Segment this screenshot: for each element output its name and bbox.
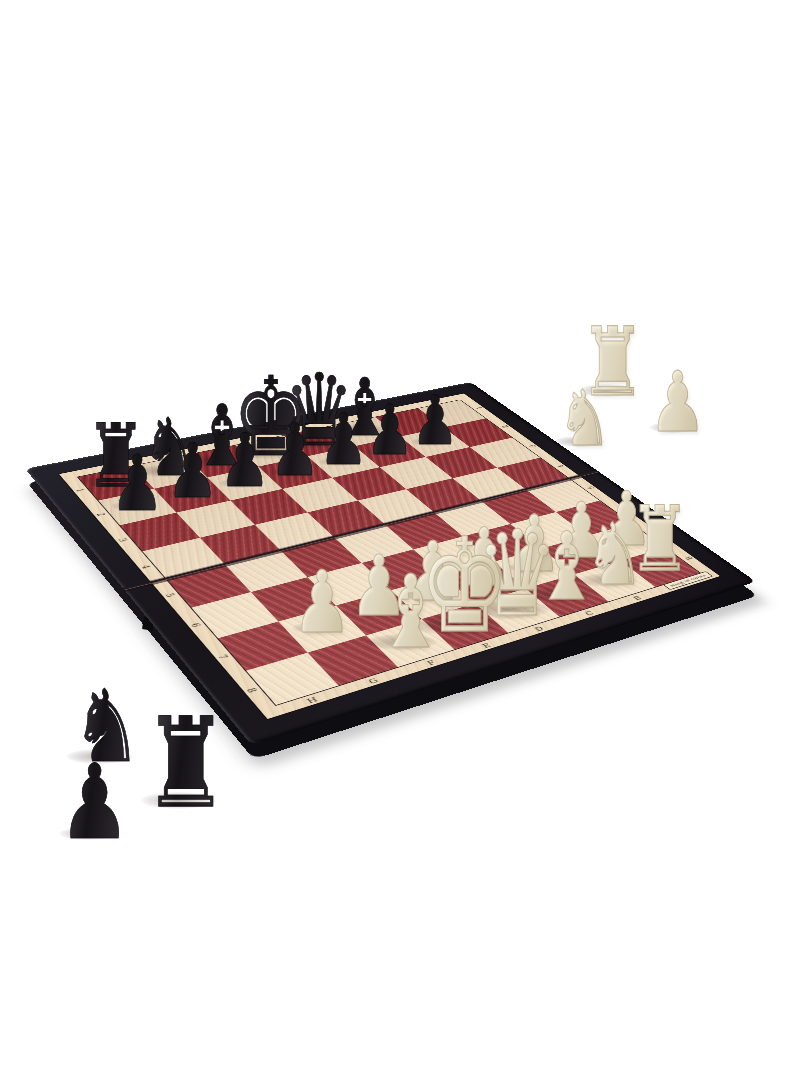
piece-black-pawn: ♟	[107, 445, 167, 522]
pieces-layer: ♜♞♝♛♚♝♟♟♟♟♟♟♟♟♟♟♟♟♟♟♝♛♚♝♞♜♜♟♞♞♜♟	[0, 0, 800, 1091]
product-photo-scene: HGFEDCBA1234567812345678 MADE IN CHINA ♜…	[0, 0, 800, 1091]
piece-white-knight: ♞	[555, 380, 615, 457]
piece-black-pawn: ♟	[216, 424, 274, 498]
piece-black-pawn: ♟	[163, 434, 222, 509]
piece-black-pawn: ♟	[267, 414, 323, 486]
piece-white-pawn: ♟	[645, 361, 710, 444]
piece-white-pawn: ♟	[289, 560, 356, 646]
piece-black-rook: ♜	[138, 702, 235, 826]
piece-black-pawn: ♟	[55, 751, 136, 854]
piece-black-pawn: ♟	[316, 405, 371, 476]
piece-black-pawn: ♟	[363, 396, 417, 465]
piece-white-bishop: ♝	[371, 562, 450, 663]
